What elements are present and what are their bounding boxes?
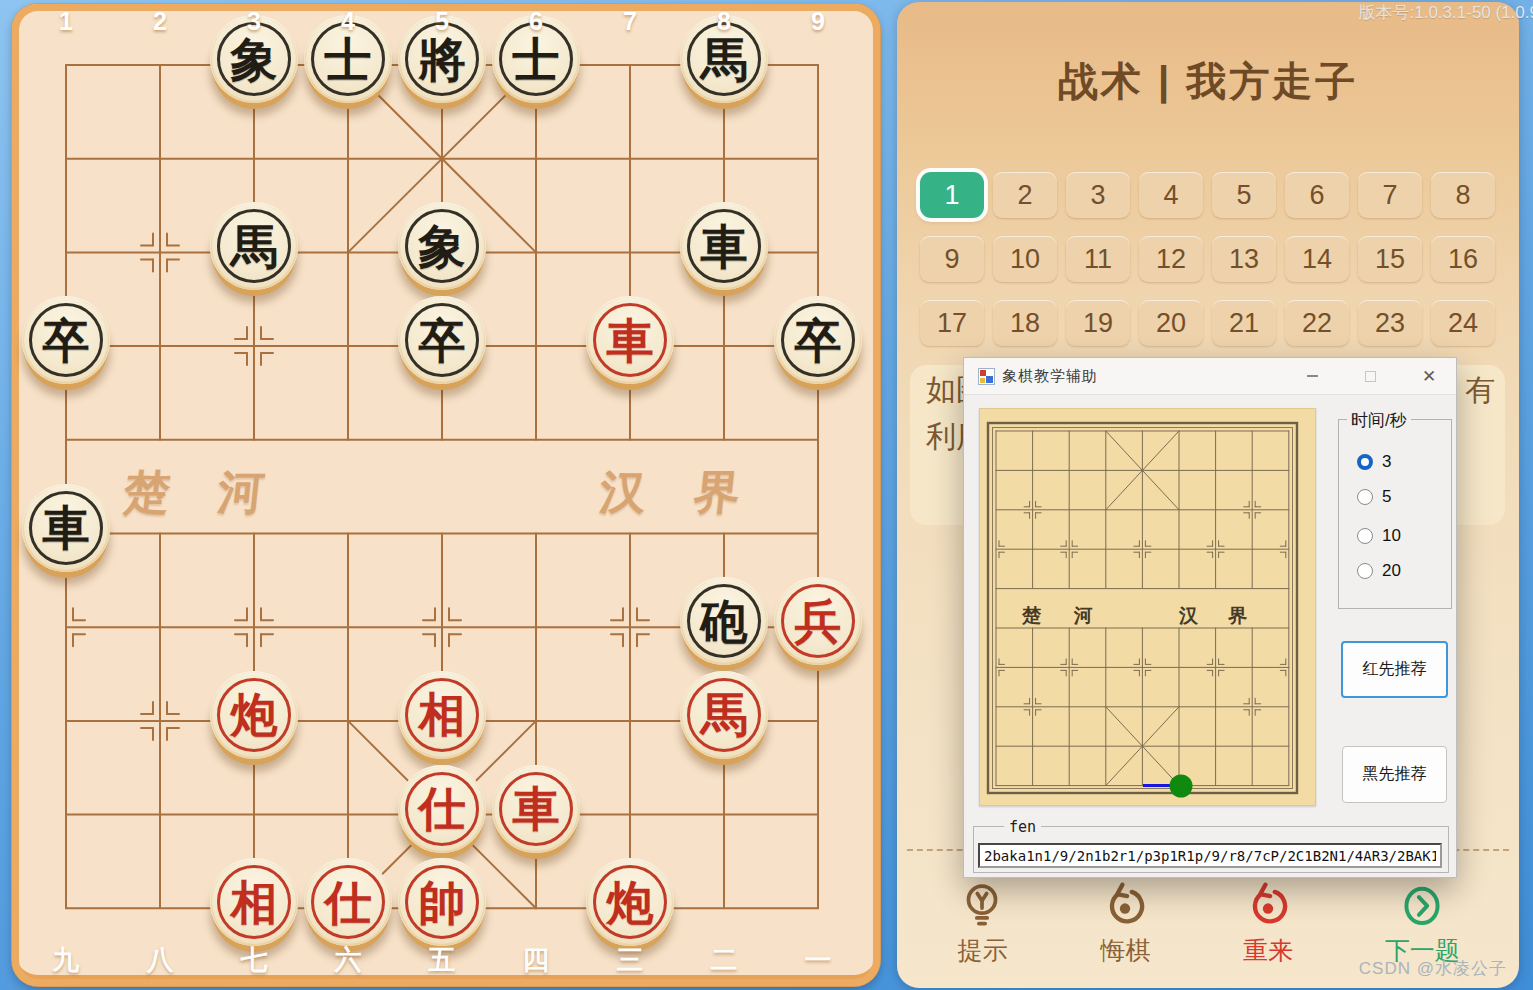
river-text-left: 楚河: [121, 462, 316, 524]
puzzle-number-button-22[interactable]: 22: [1285, 300, 1349, 346]
piece-red-馬-8x8[interactable]: 馬: [680, 671, 768, 759]
undo-arrow-icon: [1099, 880, 1151, 934]
puzzle-number-button-21[interactable]: 21: [1212, 300, 1276, 346]
piece-glyph: 卒: [43, 317, 90, 364]
undo-button[interactable]: 悔棋: [1099, 880, 1151, 967]
time-option-20[interactable]: 20: [1357, 561, 1401, 581]
piece-glyph: 車: [701, 223, 748, 270]
puzzle-number-button-1[interactable]: 1: [920, 172, 984, 218]
piece-black-象-5x3[interactable]: 象: [398, 202, 486, 290]
piece-glyph: 卒: [419, 317, 466, 364]
puzzle-number-button-6[interactable]: 6: [1285, 172, 1349, 218]
piece-red-相-3x10[interactable]: 相: [210, 858, 298, 946]
version-text: 版本号:1.0.3.1-50 (1.0.9: [1359, 1, 1533, 24]
lightbulb-icon: [956, 880, 1008, 934]
puzzle-number-button-14[interactable]: 14: [1285, 236, 1349, 282]
dialog-mini-board: 楚河 汉界: [979, 408, 1316, 806]
page-title: 战术 | 我方走子: [897, 54, 1519, 109]
file-label-3: 七: [241, 942, 268, 978]
app-root: { "game": "xiangqi (Chinese chess)", "po…: [0, 0, 1533, 990]
puzzle-number-button-8[interactable]: 8: [1431, 172, 1495, 218]
time-option-5[interactable]: 5: [1357, 487, 1391, 507]
description-text: 有: [1465, 372, 1495, 408]
file-label-7: 三: [617, 942, 644, 978]
mini-river-left: 楚河: [1021, 604, 1126, 626]
puzzle-number-button-5[interactable]: 5: [1212, 172, 1276, 218]
mini-board-svg: 楚河 汉界: [979, 408, 1316, 806]
piece-glyph: 馬: [701, 691, 748, 738]
piece-glyph: 相: [419, 691, 466, 738]
piece-red-車-7x4[interactable]: 車: [586, 296, 674, 384]
black-first-recommend-button[interactable]: 黑先推荐: [1342, 746, 1447, 803]
piece-red-仕-5x9[interactable]: 仕: [398, 765, 486, 853]
piece-glyph: 炮: [231, 691, 278, 738]
piece-red-炮-7x10[interactable]: 炮: [586, 858, 674, 946]
piece-red-炮-3x8[interactable]: 炮: [210, 671, 298, 759]
puzzle-number-button-19[interactable]: 19: [1066, 300, 1130, 346]
col-label-9: 9: [811, 7, 825, 36]
puzzle-number-button-15[interactable]: 15: [1358, 236, 1422, 282]
piece-glyph: 士: [513, 36, 560, 83]
undo-label: 悔棋: [1100, 934, 1150, 967]
piece-red-仕-4x10[interactable]: 仕: [304, 858, 392, 946]
piece-red-帥-5x10[interactable]: 帥: [398, 858, 486, 946]
col-label-7: 7: [623, 7, 637, 36]
file-label-8: 二: [711, 942, 738, 978]
file-label-1: 九: [53, 942, 80, 978]
time-option-10[interactable]: 10: [1357, 526, 1401, 546]
puzzle-number-button-7[interactable]: 7: [1358, 172, 1422, 218]
file-label-5: 五: [429, 942, 456, 978]
piece-glyph: 帥: [419, 879, 466, 926]
watermark: CSDN @水凌公子: [1359, 957, 1507, 980]
minimize-icon: [1307, 375, 1318, 377]
restart-label: 重来: [1243, 934, 1293, 967]
piece-glyph: 砲: [701, 598, 748, 645]
piece-glyph: 炮: [607, 879, 654, 926]
puzzle-number-button-3[interactable]: 3: [1066, 172, 1130, 218]
radio-label: 10: [1382, 526, 1401, 546]
piece-glyph: 卒: [795, 317, 842, 364]
fen-label: fen: [1004, 818, 1041, 836]
fen-input[interactable]: [978, 843, 1442, 868]
col-label-6: 6: [529, 7, 543, 36]
puzzle-number-button-20[interactable]: 20: [1139, 300, 1203, 346]
piece-glyph: 象: [419, 223, 466, 270]
mini-river-right: 汉界: [1178, 604, 1277, 626]
xiangqi-board-panel: 123456789 九八七六五四三二一 楚河 汉界 象士將士馬馬象車卒卒車卒車砲…: [12, 4, 880, 986]
piece-red-車-6x9[interactable]: 車: [492, 765, 580, 853]
piece-glyph: 馬: [231, 223, 278, 270]
radio-label: 3: [1382, 452, 1391, 472]
hint-label: 提示: [957, 934, 1007, 967]
red-first-recommend-button[interactable]: 红先推荐: [1341, 641, 1448, 698]
col-label-8: 8: [717, 7, 731, 36]
radio-label: 20: [1382, 561, 1401, 581]
puzzle-number-button-9[interactable]: 9: [920, 236, 984, 282]
time-option-3[interactable]: 3: [1357, 452, 1391, 472]
piece-black-車-1x6[interactable]: 車: [22, 484, 110, 572]
puzzle-number-button-12[interactable]: 12: [1139, 236, 1203, 282]
col-label-2: 2: [153, 7, 167, 36]
suggested-move-dot: [1170, 775, 1193, 798]
puzzle-number-button-18[interactable]: 18: [993, 300, 1057, 346]
piece-glyph: 士: [325, 36, 372, 83]
restart-arrow-icon: [1242, 880, 1294, 934]
next-circle-icon: [1396, 880, 1448, 934]
file-label-2: 八: [147, 942, 174, 978]
puzzle-number-button-13[interactable]: 13: [1212, 236, 1276, 282]
maximize-button[interactable]: [1348, 361, 1392, 391]
file-label-6: 四: [523, 942, 550, 978]
next-question-button[interactable]: 下一题: [1385, 880, 1460, 967]
puzzle-number-button-23[interactable]: 23: [1358, 300, 1422, 346]
piece-glyph: 將: [419, 36, 466, 83]
app-window-icon: [978, 368, 995, 385]
piece-black-車-8x3[interactable]: 車: [680, 202, 768, 290]
file-label-9: 一: [805, 942, 832, 978]
restart-button[interactable]: 重来: [1242, 880, 1294, 967]
maximize-icon: [1365, 371, 1376, 382]
puzzle-number-button-10[interactable]: 10: [993, 236, 1057, 282]
piece-glyph: 馬: [701, 36, 748, 83]
piece-black-卒-5x4[interactable]: 卒: [398, 296, 486, 384]
radio-icon: [1357, 489, 1373, 505]
radio-icon: [1357, 528, 1373, 544]
time-per-move-group: 时间/秒 351020: [1338, 419, 1452, 609]
puzzle-number-button-2[interactable]: 2: [993, 172, 1057, 218]
piece-glyph: 車: [513, 785, 560, 832]
col-label-1: 1: [59, 7, 73, 36]
puzzle-number-button-11[interactable]: 11: [1066, 236, 1130, 282]
piece-black-砲-8x7[interactable]: 砲: [680, 577, 768, 665]
piece-glyph: 仕: [325, 879, 372, 926]
piece-black-卒-1x4[interactable]: 卒: [22, 296, 110, 384]
dialog-titlebar[interactable]: 象棋教学辅助 ✕: [964, 358, 1456, 395]
piece-glyph: 車: [607, 317, 654, 364]
minimize-button[interactable]: [1290, 361, 1334, 391]
hint-button[interactable]: 提示: [956, 880, 1008, 967]
file-label-4: 六: [335, 942, 362, 978]
time-group-label: 时间/秒: [1347, 409, 1411, 432]
piece-red-兵-9x7[interactable]: 兵: [774, 577, 862, 665]
river-text-right: 汉界: [597, 462, 792, 524]
puzzle-number-grid: 123456789101112131415161718192021222324: [920, 172, 1495, 346]
close-icon: ✕: [1422, 368, 1436, 385]
col-label-4: 4: [341, 7, 355, 36]
radio-label: 5: [1382, 487, 1391, 507]
puzzle-number-button-4[interactable]: 4: [1139, 172, 1203, 218]
close-button[interactable]: ✕: [1407, 361, 1451, 391]
piece-glyph: 仕: [419, 785, 466, 832]
radio-icon: [1357, 563, 1373, 579]
dialog-title: 象棋教学辅助: [1002, 367, 1098, 386]
piece-glyph: 車: [43, 504, 90, 551]
piece-glyph: 相: [231, 879, 278, 926]
piece-glyph: 象: [231, 36, 278, 83]
col-label-3: 3: [247, 7, 261, 36]
puzzle-number-button-24[interactable]: 24: [1431, 300, 1495, 346]
teaching-assistant-dialog: 象棋教学辅助 ✕ 楚河 汉界 时间/秒 351020 红先推荐 黑先推荐 fen: [963, 357, 1457, 878]
col-label-5: 5: [435, 7, 449, 36]
piece-black-卒-9x4[interactable]: 卒: [774, 296, 862, 384]
piece-red-相-5x8[interactable]: 相: [398, 671, 486, 759]
fen-group: fen: [973, 826, 1449, 873]
piece-glyph: 兵: [795, 598, 842, 645]
puzzle-number-button-17[interactable]: 17: [920, 300, 984, 346]
radio-icon: [1357, 454, 1373, 470]
piece-black-馬-3x3[interactable]: 馬: [210, 202, 298, 290]
puzzle-number-button-16[interactable]: 16: [1431, 236, 1495, 282]
